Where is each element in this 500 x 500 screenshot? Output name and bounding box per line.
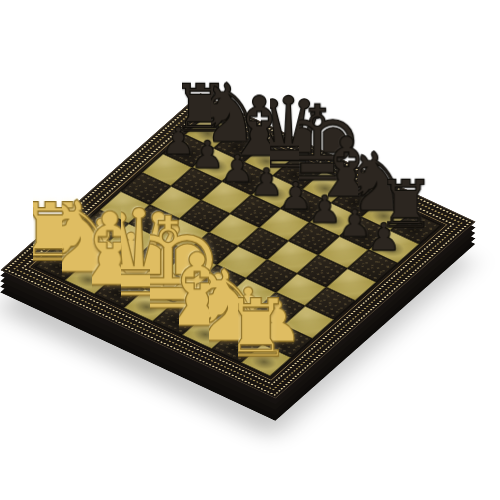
board-grid: ♜♞♝♛♚♝♞♜♟♟♟♟♟♟♟♟♟♟♟♟♟♟♟♟♜♞♝♛♚♝♞♜ (34, 115, 442, 377)
piece-white-gold-rook-h1: ♜ (238, 289, 274, 369)
product-photo-scene: ♜♞♝♛♚♝♞♜♟♟♟♟♟♟♟♟♟♟♟♟♟♟♟♟♜♞♝♛♚♝♞♜ (0, 0, 500, 500)
piece-black-dark-pawn-h7: ♟ (366, 218, 402, 256)
chess-board: ♜♞♝♛♚♝♞♜♟♟♟♟♟♟♟♟♟♟♟♟♟♟♟♟♜♞♝♛♚♝♞♜ (1, 93, 476, 398)
